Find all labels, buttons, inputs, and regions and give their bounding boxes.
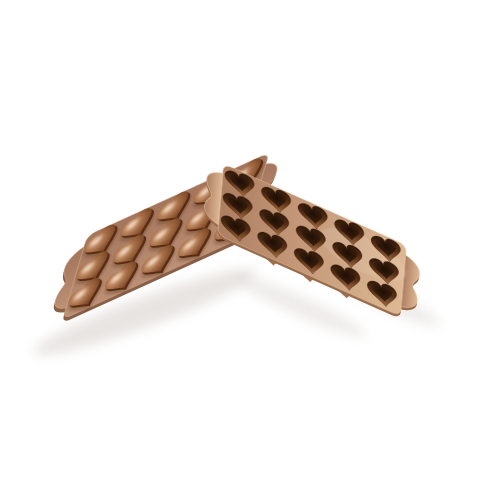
scene-svg <box>0 0 480 480</box>
product-photo <box>0 0 480 480</box>
